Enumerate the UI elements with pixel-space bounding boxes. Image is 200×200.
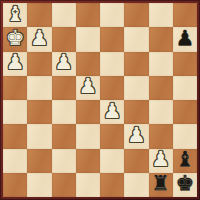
square-g3[interactable] — [149, 124, 173, 148]
square-b2[interactable] — [27, 149, 51, 173]
square-e5[interactable] — [100, 76, 124, 100]
square-d7[interactable] — [76, 27, 100, 51]
square-f7[interactable] — [124, 27, 148, 51]
square-e3[interactable] — [100, 124, 124, 148]
white-pawn[interactable]: ♟ — [54, 52, 73, 73]
square-e1[interactable] — [100, 173, 124, 197]
square-g6[interactable] — [149, 52, 173, 76]
square-a8[interactable]: ♝ — [3, 3, 27, 27]
square-d5[interactable]: ♟ — [76, 76, 100, 100]
square-a2[interactable] — [3, 149, 27, 173]
square-g2[interactable]: ♟ — [149, 149, 173, 173]
square-b4[interactable] — [27, 100, 51, 124]
square-c7[interactable] — [52, 27, 76, 51]
square-d2[interactable] — [76, 149, 100, 173]
square-e4[interactable]: ♟ — [100, 100, 124, 124]
square-a6[interactable]: ♟ — [3, 52, 27, 76]
square-f5[interactable] — [124, 76, 148, 100]
square-c8[interactable] — [52, 3, 76, 27]
square-b8[interactable] — [27, 3, 51, 27]
square-e6[interactable] — [100, 52, 124, 76]
square-d3[interactable] — [76, 124, 100, 148]
square-b6[interactable] — [27, 52, 51, 76]
white-pawn[interactable]: ♟ — [151, 149, 170, 170]
square-f2[interactable] — [124, 149, 148, 173]
square-f1[interactable] — [124, 173, 148, 197]
square-g5[interactable] — [149, 76, 173, 100]
square-b3[interactable] — [27, 124, 51, 148]
square-c3[interactable] — [52, 124, 76, 148]
square-b7[interactable]: ♟ — [27, 27, 51, 51]
square-e2[interactable] — [100, 149, 124, 173]
square-d6[interactable] — [76, 52, 100, 76]
square-h5[interactable] — [173, 76, 197, 100]
square-c1[interactable] — [52, 173, 76, 197]
white-pawn[interactable]: ♟ — [6, 52, 25, 73]
square-h1[interactable]: ♚ — [173, 173, 197, 197]
square-c6[interactable]: ♟ — [52, 52, 76, 76]
square-d8[interactable] — [76, 3, 100, 27]
square-a4[interactable] — [3, 100, 27, 124]
square-d4[interactable] — [76, 100, 100, 124]
square-a1[interactable] — [3, 173, 27, 197]
square-f6[interactable] — [124, 52, 148, 76]
black-pawn[interactable]: ♟ — [175, 28, 194, 49]
board-frame: ♝♚♟♟♟♟♟♟♟♟♝♜♚ — [0, 0, 200, 200]
square-e7[interactable] — [100, 27, 124, 51]
square-g1[interactable]: ♜ — [149, 173, 173, 197]
square-b1[interactable] — [27, 173, 51, 197]
square-h6[interactable] — [173, 52, 197, 76]
square-f4[interactable] — [124, 100, 148, 124]
white-pawn[interactable]: ♟ — [103, 101, 122, 122]
square-g8[interactable] — [149, 3, 173, 27]
square-h7[interactable]: ♟ — [173, 27, 197, 51]
square-h2[interactable]: ♝ — [173, 149, 197, 173]
square-a5[interactable] — [3, 76, 27, 100]
square-a7[interactable]: ♚ — [3, 27, 27, 51]
square-a3[interactable] — [3, 124, 27, 148]
white-pawn[interactable]: ♟ — [30, 28, 49, 49]
square-h4[interactable] — [173, 100, 197, 124]
square-h3[interactable] — [173, 124, 197, 148]
square-h8[interactable] — [173, 3, 197, 27]
white-pawn[interactable]: ♟ — [127, 125, 146, 146]
black-king[interactable]: ♚ — [175, 173, 194, 194]
black-rook[interactable]: ♜ — [151, 173, 170, 194]
square-c5[interactable] — [52, 76, 76, 100]
white-king[interactable]: ♚ — [6, 28, 25, 49]
white-pawn[interactable]: ♟ — [78, 76, 97, 97]
square-f8[interactable] — [124, 3, 148, 27]
white-bishop[interactable]: ♝ — [6, 4, 25, 25]
chess-board: ♝♚♟♟♟♟♟♟♟♟♝♜♚ — [3, 3, 197, 197]
square-g7[interactable] — [149, 27, 173, 51]
square-g4[interactable] — [149, 100, 173, 124]
square-c2[interactable] — [52, 149, 76, 173]
square-c4[interactable] — [52, 100, 76, 124]
square-d1[interactable] — [76, 173, 100, 197]
black-bishop[interactable]: ♝ — [175, 149, 194, 170]
square-e8[interactable] — [100, 3, 124, 27]
square-f3[interactable]: ♟ — [124, 124, 148, 148]
square-b5[interactable] — [27, 76, 51, 100]
